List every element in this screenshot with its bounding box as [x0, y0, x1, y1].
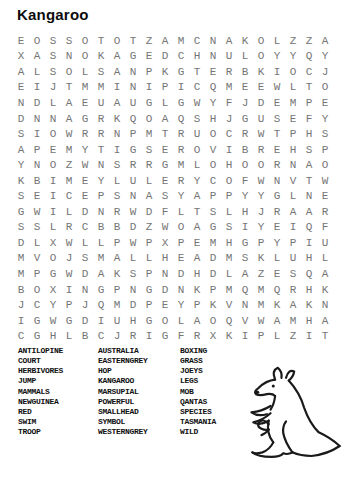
grid-cell[interactable]: P	[205, 282, 221, 298]
grid-cell[interactable]: I	[141, 328, 157, 344]
grid-cell[interactable]: T	[157, 126, 173, 142]
grid-cell[interactable]: J	[253, 204, 269, 220]
grid-cell[interactable]: T	[317, 328, 333, 344]
grid-cell[interactable]: H	[189, 266, 205, 282]
grid-cell[interactable]: L	[109, 173, 125, 189]
grid-cell[interactable]: B	[13, 282, 29, 298]
grid-cell[interactable]: P	[285, 126, 301, 142]
grid-cell[interactable]: A	[141, 188, 157, 204]
grid-cell[interactable]: E	[269, 220, 285, 236]
grid-cell[interactable]: I	[285, 220, 301, 236]
grid-cell[interactable]: K	[301, 297, 317, 313]
grid-cell[interactable]: N	[205, 49, 221, 65]
grid-cell[interactable]: D	[205, 251, 221, 267]
grid-cell[interactable]: O	[253, 157, 269, 173]
grid-cell[interactable]: A	[317, 266, 333, 282]
grid-cell[interactable]: A	[285, 297, 301, 313]
grid-cell[interactable]: G	[157, 328, 173, 344]
grid-cell[interactable]: V	[29, 251, 45, 267]
grid-cell[interactable]: G	[141, 282, 157, 298]
grid-cell[interactable]: V	[221, 297, 237, 313]
grid-cell[interactable]: E	[77, 95, 93, 111]
grid-cell[interactable]: G	[173, 64, 189, 80]
grid-cell[interactable]: X	[157, 235, 173, 251]
grid-cell[interactable]: E	[317, 188, 333, 204]
grid-cell[interactable]: J	[237, 95, 253, 111]
grid-cell[interactable]: O	[29, 282, 45, 298]
grid-cell[interactable]: L	[29, 64, 45, 80]
grid-cell[interactable]: N	[205, 33, 221, 49]
grid-cell[interactable]: L	[269, 33, 285, 49]
grid-cell[interactable]: A	[109, 95, 125, 111]
grid-cell[interactable]: W	[77, 157, 93, 173]
grid-cell[interactable]: D	[77, 204, 93, 220]
grid-cell[interactable]: I	[45, 188, 61, 204]
grid-cell[interactable]: A	[157, 111, 173, 127]
grid-cell[interactable]: T	[61, 80, 77, 96]
grid-cell[interactable]: Y	[269, 235, 285, 251]
grid-cell[interactable]: F	[173, 328, 189, 344]
grid-cell[interactable]: I	[13, 313, 29, 329]
grid-cell[interactable]: I	[141, 80, 157, 96]
grid-cell[interactable]: I	[237, 220, 253, 236]
grid-cell[interactable]: P	[157, 80, 173, 96]
grid-cell[interactable]: L	[157, 95, 173, 111]
grid-cell[interactable]: D	[157, 49, 173, 65]
grid-cell[interactable]: K	[221, 328, 237, 344]
grid-cell[interactable]: Y	[253, 220, 269, 236]
grid-cell[interactable]: A	[189, 313, 205, 329]
grid-cell[interactable]: P	[109, 235, 125, 251]
grid-cell[interactable]: E	[269, 142, 285, 158]
grid-cell[interactable]: E	[157, 142, 173, 158]
grid-cell[interactable]: J	[317, 64, 333, 80]
grid-cell[interactable]: P	[29, 142, 45, 158]
grid-cell[interactable]: O	[173, 220, 189, 236]
grid-cell[interactable]: M	[13, 266, 29, 282]
grid-cell[interactable]: T	[301, 80, 317, 96]
grid-cell[interactable]: O	[109, 33, 125, 49]
grid-cell[interactable]: X	[13, 49, 29, 65]
grid-cell[interactable]: Q	[237, 282, 253, 298]
grid-cell[interactable]: H	[189, 49, 205, 65]
grid-cell[interactable]: K	[93, 49, 109, 65]
grid-cell[interactable]: S	[109, 188, 125, 204]
grid-cell[interactable]: K	[13, 173, 29, 189]
grid-cell[interactable]: A	[61, 95, 77, 111]
grid-cell[interactable]: N	[125, 64, 141, 80]
grid-cell[interactable]: G	[125, 142, 141, 158]
grid-cell[interactable]: K	[205, 297, 221, 313]
grid-cell[interactable]: J	[61, 251, 77, 267]
grid-cell[interactable]: L	[93, 235, 109, 251]
grid-cell[interactable]: G	[29, 313, 45, 329]
grid-cell[interactable]: G	[29, 328, 45, 344]
grid-cell[interactable]: K	[109, 266, 125, 282]
grid-cell[interactable]: G	[269, 188, 285, 204]
grid-cell[interactable]: E	[13, 33, 29, 49]
grid-cell[interactable]: R	[77, 126, 93, 142]
grid-cell[interactable]: A	[93, 266, 109, 282]
grid-cell[interactable]: P	[317, 142, 333, 158]
grid-cell[interactable]: O	[317, 80, 333, 96]
grid-cell[interactable]: P	[221, 188, 237, 204]
grid-cell[interactable]: Z	[285, 33, 301, 49]
grid-cell[interactable]: H	[205, 111, 221, 127]
grid-cell[interactable]: R	[269, 204, 285, 220]
grid-cell[interactable]: L	[77, 235, 93, 251]
grid-cell[interactable]: A	[269, 313, 285, 329]
grid-cell[interactable]: S	[157, 188, 173, 204]
grid-cell[interactable]: S	[61, 33, 77, 49]
grid-cell[interactable]: R	[93, 126, 109, 142]
grid-cell[interactable]: B	[29, 173, 45, 189]
grid-cell[interactable]: R	[173, 142, 189, 158]
grid-cell[interactable]: A	[13, 64, 29, 80]
grid-cell[interactable]: L	[173, 204, 189, 220]
grid-cell[interactable]: P	[125, 126, 141, 142]
grid-cell[interactable]: N	[93, 204, 109, 220]
grid-cell[interactable]: T	[189, 64, 205, 80]
grid-cell[interactable]: P	[29, 266, 45, 282]
grid-cell[interactable]: L	[125, 251, 141, 267]
grid-cell[interactable]: Y	[285, 49, 301, 65]
grid-cell[interactable]: L	[285, 80, 301, 96]
grid-cell[interactable]: L	[269, 251, 285, 267]
grid-cell[interactable]: I	[269, 64, 285, 80]
grid-cell[interactable]: H	[221, 235, 237, 251]
grid-cell[interactable]: R	[173, 173, 189, 189]
grid-cell[interactable]: M	[173, 33, 189, 49]
grid-cell[interactable]: D	[13, 111, 29, 127]
grid-cell[interactable]: L	[189, 157, 205, 173]
grid-cell[interactable]: Z	[61, 157, 77, 173]
grid-cell[interactable]: O	[205, 313, 221, 329]
grid-cell[interactable]: M	[205, 235, 221, 251]
grid-cell[interactable]: M	[77, 80, 93, 96]
grid-cell[interactable]: N	[317, 297, 333, 313]
grid-cell[interactable]: E	[205, 64, 221, 80]
grid-cell[interactable]: S	[221, 220, 237, 236]
grid-cell[interactable]: H	[301, 251, 317, 267]
grid-cell[interactable]: U	[285, 251, 301, 267]
grid-cell[interactable]: E	[13, 80, 29, 96]
grid-cell[interactable]: M	[253, 282, 269, 298]
grid-cell[interactable]: C	[61, 188, 77, 204]
grid-cell[interactable]: B	[93, 220, 109, 236]
grid-cell[interactable]: S	[125, 266, 141, 282]
grid-cell[interactable]: H	[157, 251, 173, 267]
grid-cell[interactable]: Y	[205, 95, 221, 111]
grid-cell[interactable]: N	[157, 266, 173, 282]
grid-cell[interactable]: D	[125, 220, 141, 236]
grid-cell[interactable]: Z	[285, 328, 301, 344]
grid-cell[interactable]: H	[221, 157, 237, 173]
grid-cell[interactable]: M	[109, 297, 125, 313]
grid-cell[interactable]: P	[173, 235, 189, 251]
grid-cell[interactable]: P	[141, 297, 157, 313]
grid-cell[interactable]: W	[157, 220, 173, 236]
grid-cell[interactable]: U	[317, 235, 333, 251]
grid-cell[interactable]: U	[125, 95, 141, 111]
grid-cell[interactable]: Q	[221, 313, 237, 329]
grid-cell[interactable]: A	[109, 49, 125, 65]
grid-cell[interactable]: G	[77, 111, 93, 127]
grid-cell[interactable]: K	[189, 282, 205, 298]
grid-cell[interactable]: G	[141, 95, 157, 111]
grid-cell[interactable]: N	[125, 188, 141, 204]
grid-cell[interactable]: S	[301, 142, 317, 158]
grid-cell[interactable]: E	[237, 80, 253, 96]
grid-cell[interactable]: J	[77, 297, 93, 313]
grid-cell[interactable]: J	[221, 111, 237, 127]
grid-cell[interactable]: Z	[253, 266, 269, 282]
grid-cell[interactable]: G	[173, 95, 189, 111]
grid-cell[interactable]: W	[45, 313, 61, 329]
grid-cell[interactable]: A	[109, 251, 125, 267]
grid-cell[interactable]: Z	[141, 33, 157, 49]
grid-cell[interactable]: I	[29, 80, 45, 96]
grid-cell[interactable]: L	[317, 251, 333, 267]
grid-cell[interactable]: N	[109, 126, 125, 142]
grid-cell[interactable]: Y	[13, 157, 29, 173]
grid-cell[interactable]: F	[157, 204, 173, 220]
grid-cell[interactable]: W	[61, 235, 77, 251]
grid-cell[interactable]: P	[141, 266, 157, 282]
grid-cell[interactable]: H	[301, 126, 317, 142]
grid-cell[interactable]: P	[93, 188, 109, 204]
grid-cell[interactable]: L	[269, 328, 285, 344]
grid-cell[interactable]: F	[301, 111, 317, 127]
grid-cell[interactable]: I	[221, 142, 237, 158]
grid-cell[interactable]: F	[317, 220, 333, 236]
grid-cell[interactable]: F	[237, 173, 253, 189]
grid-cell[interactable]: M	[13, 251, 29, 267]
grid-cell[interactable]: R	[109, 204, 125, 220]
grid-cell[interactable]: A	[157, 33, 173, 49]
grid-cell[interactable]: I	[109, 80, 125, 96]
grid-cell[interactable]: P	[301, 95, 317, 111]
grid-cell[interactable]: B	[77, 328, 93, 344]
grid-cell[interactable]: S	[77, 251, 93, 267]
grid-cell[interactable]: W	[61, 266, 77, 282]
grid-cell[interactable]: H	[45, 328, 61, 344]
grid-cell[interactable]: S	[45, 49, 61, 65]
grid-cell[interactable]: G	[141, 313, 157, 329]
grid-cell[interactable]: K	[253, 251, 269, 267]
grid-cell[interactable]: C	[173, 49, 189, 65]
grid-cell[interactable]: F	[221, 95, 237, 111]
grid-cell[interactable]: H	[285, 142, 301, 158]
grid-cell[interactable]: K	[109, 111, 125, 127]
grid-cell[interactable]: E	[157, 173, 173, 189]
grid-cell[interactable]: S	[45, 33, 61, 49]
grid-cell[interactable]: Y	[173, 297, 189, 313]
grid-cell[interactable]: R	[141, 157, 157, 173]
grid-cell[interactable]: I	[45, 204, 61, 220]
grid-cell[interactable]: R	[61, 220, 77, 236]
grid-cell[interactable]: A	[29, 49, 45, 65]
grid-cell[interactable]: R	[189, 328, 205, 344]
grid-cell[interactable]: R	[317, 204, 333, 220]
grid-cell[interactable]: I	[173, 80, 189, 96]
grid-cell[interactable]: O	[253, 49, 269, 65]
grid-cell[interactable]: O	[205, 126, 221, 142]
grid-cell[interactable]: M	[93, 80, 109, 96]
grid-cell[interactable]: Q	[301, 49, 317, 65]
grid-cell[interactable]: A	[109, 64, 125, 80]
grid-cell[interactable]: N	[269, 173, 285, 189]
grid-cell[interactable]: U	[189, 126, 205, 142]
grid-cell[interactable]: E	[45, 142, 61, 158]
grid-cell[interactable]: A	[237, 266, 253, 282]
grid-cell[interactable]: N	[29, 111, 45, 127]
grid-cell[interactable]: W	[125, 235, 141, 251]
grid-cell[interactable]: T	[301, 173, 317, 189]
grid-cell[interactable]: Y	[93, 173, 109, 189]
grid-cell[interactable]: R	[221, 64, 237, 80]
grid-cell[interactable]: Q	[205, 80, 221, 96]
grid-cell[interactable]: O	[253, 33, 269, 49]
grid-cell[interactable]: S	[189, 111, 205, 127]
grid-cell[interactable]: R	[285, 282, 301, 298]
grid-cell[interactable]: A	[317, 313, 333, 329]
grid-cell[interactable]: W	[61, 126, 77, 142]
grid-cell[interactable]: O	[77, 49, 93, 65]
grid-cell[interactable]: S	[317, 126, 333, 142]
grid-cell[interactable]: A	[189, 188, 205, 204]
grid-cell[interactable]: Y	[237, 188, 253, 204]
grid-cell[interactable]: N	[237, 297, 253, 313]
grid-cell[interactable]: I	[301, 328, 317, 344]
grid-cell[interactable]: L	[285, 188, 301, 204]
grid-cell[interactable]: K	[269, 297, 285, 313]
grid-cell[interactable]: O	[77, 33, 93, 49]
grid-cell[interactable]: N	[93, 157, 109, 173]
grid-cell[interactable]: P	[141, 235, 157, 251]
grid-cell[interactable]: I	[237, 328, 253, 344]
grid-cell[interactable]: S	[29, 220, 45, 236]
grid-cell[interactable]: P	[141, 64, 157, 80]
grid-cell[interactable]: E	[285, 111, 301, 127]
grid-cell[interactable]: A	[221, 33, 237, 49]
grid-cell[interactable]: N	[13, 95, 29, 111]
grid-cell[interactable]: Q	[125, 111, 141, 127]
grid-cell[interactable]: Y	[77, 142, 93, 158]
grid-cell[interactable]: L	[141, 173, 157, 189]
grid-cell[interactable]: A	[317, 33, 333, 49]
grid-cell[interactable]: T	[125, 33, 141, 49]
grid-cell[interactable]: L	[77, 64, 93, 80]
grid-cell[interactable]: B	[109, 220, 125, 236]
grid-cell[interactable]: C	[77, 220, 93, 236]
grid-cell[interactable]: A	[13, 142, 29, 158]
grid-cell[interactable]: S	[13, 220, 29, 236]
grid-cell[interactable]: Y	[269, 49, 285, 65]
grid-cell[interactable]: O	[189, 142, 205, 158]
grid-cell[interactable]: W	[317, 173, 333, 189]
grid-cell[interactable]: Y	[253, 188, 269, 204]
grid-cell[interactable]: L	[221, 204, 237, 220]
grid-cell[interactable]: K	[317, 282, 333, 298]
grid-cell[interactable]: O	[205, 157, 221, 173]
grid-cell[interactable]: I	[61, 282, 77, 298]
grid-cell[interactable]: K	[157, 64, 173, 80]
grid-cell[interactable]: G	[205, 220, 221, 236]
grid-cell[interactable]: V	[205, 142, 221, 158]
grid-cell[interactable]: H	[301, 282, 317, 298]
grid-cell[interactable]: D	[77, 266, 93, 282]
grid-cell[interactable]: M	[221, 282, 237, 298]
grid-cell[interactable]: N	[301, 188, 317, 204]
grid-cell[interactable]: U	[253, 111, 269, 127]
grid-cell[interactable]: E	[173, 251, 189, 267]
grid-cell[interactable]: S	[205, 204, 221, 220]
grid-cell[interactable]: M	[221, 80, 237, 96]
grid-cell[interactable]: N	[77, 282, 93, 298]
grid-cell[interactable]: U	[109, 313, 125, 329]
grid-cell[interactable]: N	[285, 157, 301, 173]
grid-cell[interactable]: O	[157, 313, 173, 329]
grid-cell[interactable]: J	[13, 297, 29, 313]
grid-cell[interactable]: X	[45, 235, 61, 251]
grid-cell[interactable]: D	[253, 95, 269, 111]
grid-cell[interactable]: I	[45, 173, 61, 189]
grid-cell[interactable]: P	[285, 235, 301, 251]
grid-cell[interactable]: G	[61, 313, 77, 329]
grid-cell[interactable]: E	[189, 235, 205, 251]
grid-cell[interactable]: M	[285, 95, 301, 111]
grid-cell[interactable]: O	[45, 251, 61, 267]
grid-cell[interactable]: M	[141, 126, 157, 142]
grid-cell[interactable]: Z	[141, 220, 157, 236]
grid-cell[interactable]: O	[317, 157, 333, 173]
grid-cell[interactable]: R	[93, 111, 109, 127]
grid-cell[interactable]: G	[45, 266, 61, 282]
grid-cell[interactable]: I	[93, 313, 109, 329]
grid-cell[interactable]: D	[13, 235, 29, 251]
grid-cell[interactable]: C	[301, 64, 317, 80]
grid-cell[interactable]: Z	[301, 33, 317, 49]
grid-cell[interactable]: P	[109, 282, 125, 298]
grid-cell[interactable]: U	[221, 49, 237, 65]
grid-cell[interactable]: P	[205, 188, 221, 204]
grid-cell[interactable]: H	[237, 204, 253, 220]
grid-cell[interactable]: C	[29, 297, 45, 313]
grid-cell[interactable]: N	[125, 80, 141, 96]
grid-cell[interactable]: L	[45, 220, 61, 236]
grid-cell[interactable]: L	[61, 328, 77, 344]
grid-cell[interactable]: M	[61, 173, 77, 189]
grid-cell[interactable]: O	[141, 111, 157, 127]
grid-cell[interactable]: E	[157, 297, 173, 313]
grid-cell[interactable]: D	[157, 282, 173, 298]
grid-cell[interactable]: M	[173, 157, 189, 173]
grid-cell[interactable]: Q	[301, 266, 317, 282]
grid-cell[interactable]: G	[125, 49, 141, 65]
grid-cell[interactable]: D	[29, 95, 45, 111]
grid-cell[interactable]: L	[221, 266, 237, 282]
grid-cell[interactable]: L	[237, 49, 253, 65]
grid-cell[interactable]: E	[141, 49, 157, 65]
grid-cell[interactable]: Q	[93, 297, 109, 313]
grid-cell[interactable]: G	[237, 111, 253, 127]
grid-cell[interactable]: E	[269, 95, 285, 111]
grid-cell[interactable]: N	[173, 282, 189, 298]
grid-cell[interactable]: D	[141, 204, 157, 220]
grid-cell[interactable]: D	[205, 266, 221, 282]
grid-cell[interactable]: P	[253, 328, 269, 344]
